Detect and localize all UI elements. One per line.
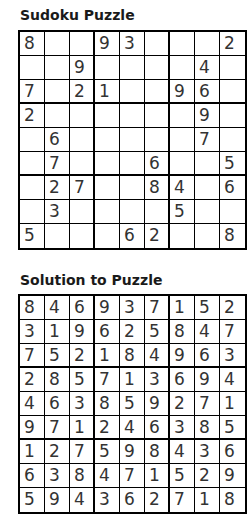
cell-r3c8: 6 <box>195 344 220 368</box>
cell-r3c4: 1 <box>95 80 120 104</box>
cell-r6c4: 2 <box>95 416 120 440</box>
solution-board: 8469371523196258477521849632857136944638… <box>18 294 247 514</box>
cell-r2c9 <box>220 56 245 80</box>
cell-r6c4 <box>95 152 120 176</box>
cell-r4c1: 2 <box>20 368 45 392</box>
cell-r4c5 <box>120 104 145 128</box>
cell-r5c8: 7 <box>195 128 220 152</box>
cell-r1c1: 8 <box>20 296 45 320</box>
cell-r3c1: 7 <box>20 80 45 104</box>
cell-r5c6 <box>145 128 170 152</box>
cell-r6c5: 4 <box>120 416 145 440</box>
cell-r4c4 <box>95 104 120 128</box>
cell-r1c7: 1 <box>170 296 195 320</box>
cell-r1c4: 9 <box>95 296 120 320</box>
cell-r4c7: 6 <box>170 368 195 392</box>
cell-r9c2 <box>45 224 70 248</box>
cell-r1c5: 3 <box>120 296 145 320</box>
cell-r6c8 <box>195 152 220 176</box>
cell-r9c4: 3 <box>95 488 120 512</box>
cell-r5c5 <box>120 128 145 152</box>
cell-r6c9: 5 <box>220 152 245 176</box>
cell-r3c5 <box>120 80 145 104</box>
cell-r4c6: 3 <box>145 368 170 392</box>
cell-r3c4: 1 <box>95 344 120 368</box>
cell-r7c5: 9 <box>120 440 145 464</box>
cell-r7c1: 1 <box>20 440 45 464</box>
cell-r9c8 <box>195 224 220 248</box>
cell-r6c1 <box>20 152 45 176</box>
cell-r8c9: 9 <box>220 464 245 488</box>
cell-r7c5 <box>120 176 145 200</box>
cell-r4c5: 1 <box>120 368 145 392</box>
cell-r9c5: 6 <box>120 224 145 248</box>
cell-r6c3 <box>70 152 95 176</box>
cell-r5c5: 5 <box>120 392 145 416</box>
cell-r3c6 <box>145 80 170 104</box>
cell-r9c8: 1 <box>195 488 220 512</box>
cell-r8c2: 3 <box>45 200 70 224</box>
cell-r8c4 <box>95 200 120 224</box>
cell-r8c3 <box>70 200 95 224</box>
cell-r9c1: 5 <box>20 488 45 512</box>
cell-r6c7 <box>170 152 195 176</box>
cell-r3c1: 7 <box>20 344 45 368</box>
cell-r3c9: 3 <box>220 344 245 368</box>
cell-r6c5 <box>120 152 145 176</box>
cell-r1c8 <box>195 32 220 56</box>
cell-r6c2: 7 <box>45 416 70 440</box>
cell-r9c2: 9 <box>45 488 70 512</box>
cell-r9c6: 2 <box>145 224 170 248</box>
cell-r6c9: 5 <box>220 416 245 440</box>
cell-r9c7: 7 <box>170 488 195 512</box>
cell-r1c6: 7 <box>145 296 170 320</box>
cell-r5c7 <box>170 128 195 152</box>
cell-r7c2: 2 <box>45 176 70 200</box>
cell-r1c3 <box>70 32 95 56</box>
cell-r3c9 <box>220 80 245 104</box>
cell-r6c1: 9 <box>20 416 45 440</box>
cell-r2c4: 6 <box>95 320 120 344</box>
cell-r1c7 <box>170 32 195 56</box>
cell-r1c4: 9 <box>95 32 120 56</box>
cell-r7c9: 6 <box>220 440 245 464</box>
cell-r4c9: 4 <box>220 368 245 392</box>
cell-r6c6: 6 <box>145 416 170 440</box>
cell-r3c7: 9 <box>170 80 195 104</box>
cell-r7c7: 4 <box>170 440 195 464</box>
cell-r7c3: 7 <box>70 440 95 464</box>
cell-r3c6: 4 <box>145 344 170 368</box>
cell-r8c7: 5 <box>170 464 195 488</box>
cell-r5c1: 4 <box>20 392 45 416</box>
cell-r8c2: 3 <box>45 464 70 488</box>
cell-r8c8: 2 <box>195 464 220 488</box>
cell-r3c3: 2 <box>70 80 95 104</box>
cell-r7c9: 6 <box>220 176 245 200</box>
puzzle-board: 89329472196296776527846355628 <box>18 30 247 250</box>
cell-r2c5 <box>120 56 145 80</box>
cell-r8c6: 1 <box>145 464 170 488</box>
cell-r7c8: 3 <box>195 440 220 464</box>
cell-r2c8: 4 <box>195 320 220 344</box>
cell-r2c1 <box>20 56 45 80</box>
cell-r7c1 <box>20 176 45 200</box>
cell-r6c7: 3 <box>170 416 195 440</box>
cell-r7c4 <box>95 176 120 200</box>
cell-r9c4 <box>95 224 120 248</box>
cell-r2c3: 9 <box>70 320 95 344</box>
cell-r8c9 <box>220 200 245 224</box>
cell-r3c2: 5 <box>45 344 70 368</box>
cell-r1c8: 5 <box>195 296 220 320</box>
cell-r3c5: 8 <box>120 344 145 368</box>
cell-r8c5: 7 <box>120 464 145 488</box>
cell-r2c4 <box>95 56 120 80</box>
cell-r8c4: 4 <box>95 464 120 488</box>
cell-r9c7 <box>170 224 195 248</box>
cell-r2c1: 3 <box>20 320 45 344</box>
cell-r5c6: 9 <box>145 392 170 416</box>
cell-r1c2: 4 <box>45 296 70 320</box>
cell-r7c4: 5 <box>95 440 120 464</box>
cell-r1c9: 2 <box>220 32 245 56</box>
cell-r1c2 <box>45 32 70 56</box>
cell-r9c1: 5 <box>20 224 45 248</box>
cell-r2c9: 7 <box>220 320 245 344</box>
cell-r4c2 <box>45 104 70 128</box>
cell-r5c4: 8 <box>95 392 120 416</box>
cell-r5c2: 6 <box>45 128 70 152</box>
cell-r7c2: 2 <box>45 440 70 464</box>
cell-r9c3 <box>70 224 95 248</box>
cell-r7c6: 8 <box>145 440 170 464</box>
cell-r2c5: 2 <box>120 320 145 344</box>
cell-r8c3: 8 <box>70 464 95 488</box>
cell-r8c1 <box>20 200 45 224</box>
cell-r2c7 <box>170 56 195 80</box>
cell-r4c8: 9 <box>195 368 220 392</box>
cell-r2c6 <box>145 56 170 80</box>
cell-r9c3: 4 <box>70 488 95 512</box>
cell-r2c3: 9 <box>70 56 95 80</box>
cell-r3c3: 2 <box>70 344 95 368</box>
cell-r9c9: 8 <box>220 224 245 248</box>
cell-r7c6: 8 <box>145 176 170 200</box>
solution-title: Solution to Puzzle <box>20 271 251 289</box>
cell-r3c8: 6 <box>195 80 220 104</box>
cell-r8c1: 6 <box>20 464 45 488</box>
cell-r4c3: 5 <box>70 368 95 392</box>
cell-r1c9: 2 <box>220 296 245 320</box>
cell-r9c5: 6 <box>120 488 145 512</box>
cell-r8c6 <box>145 200 170 224</box>
cell-r5c4 <box>95 128 120 152</box>
sudoku-page: Sudoku Puzzle 89329472196296776527846355… <box>0 0 251 514</box>
cell-r4c7 <box>170 104 195 128</box>
cell-r8c5 <box>120 200 145 224</box>
cell-r7c7: 4 <box>170 176 195 200</box>
cell-r9c9: 8 <box>220 488 245 512</box>
cell-r5c8: 7 <box>195 392 220 416</box>
cell-r3c7: 9 <box>170 344 195 368</box>
cell-r8c8 <box>195 200 220 224</box>
cell-r6c2: 7 <box>45 152 70 176</box>
cell-r5c3 <box>70 128 95 152</box>
cell-r2c8: 4 <box>195 56 220 80</box>
cell-r4c8: 9 <box>195 104 220 128</box>
cell-r6c6: 6 <box>145 152 170 176</box>
cell-r7c3: 7 <box>70 176 95 200</box>
cell-r6c8: 8 <box>195 416 220 440</box>
cell-r2c2: 1 <box>45 320 70 344</box>
cell-r4c1: 2 <box>20 104 45 128</box>
cell-r5c1 <box>20 128 45 152</box>
cell-r4c2: 8 <box>45 368 70 392</box>
cell-r4c3 <box>70 104 95 128</box>
cell-r1c3: 6 <box>70 296 95 320</box>
cell-r5c9: 1 <box>220 392 245 416</box>
cell-r4c6 <box>145 104 170 128</box>
cell-r6c3: 1 <box>70 416 95 440</box>
cell-r1c5: 3 <box>120 32 145 56</box>
cell-r5c2: 6 <box>45 392 70 416</box>
cell-r1c6 <box>145 32 170 56</box>
cell-r4c9 <box>220 104 245 128</box>
cell-r3c2 <box>45 80 70 104</box>
cell-r5c9 <box>220 128 245 152</box>
cell-r2c2 <box>45 56 70 80</box>
cell-r4c4: 7 <box>95 368 120 392</box>
cell-r2c6: 5 <box>145 320 170 344</box>
cell-r8c7: 5 <box>170 200 195 224</box>
cell-r5c7: 2 <box>170 392 195 416</box>
cell-r2c7: 8 <box>170 320 195 344</box>
cell-r7c8 <box>195 176 220 200</box>
cell-r9c6: 2 <box>145 488 170 512</box>
cell-r1c1: 8 <box>20 32 45 56</box>
puzzle-title: Sudoku Puzzle <box>20 6 251 24</box>
cell-r5c3: 3 <box>70 392 95 416</box>
